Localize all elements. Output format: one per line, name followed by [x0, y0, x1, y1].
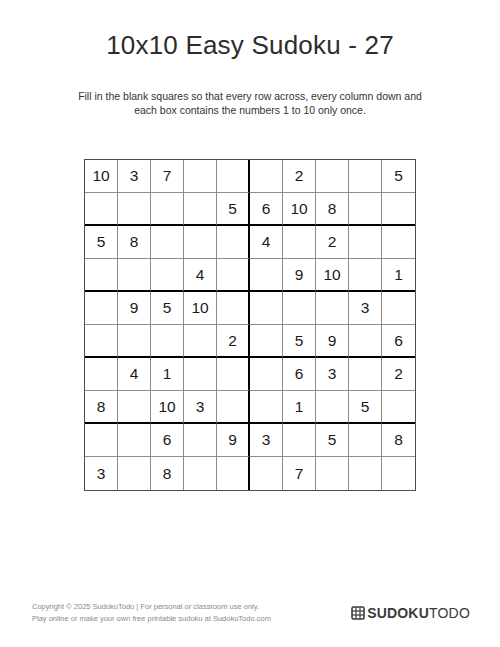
empty-cell: [118, 457, 151, 490]
given-cell: 5: [283, 325, 316, 358]
empty-cell: [349, 358, 382, 391]
given-cell: 6: [250, 193, 283, 226]
empty-cell: [250, 259, 283, 292]
empty-cell: [184, 424, 217, 457]
given-cell: 8: [316, 193, 349, 226]
given-cell: 4: [250, 226, 283, 259]
empty-cell: [316, 292, 349, 325]
given-cell: 2: [382, 358, 415, 391]
empty-cell: [283, 226, 316, 259]
empty-cell: [316, 160, 349, 193]
given-cell: 3: [349, 292, 382, 325]
logo-text-sudoku: SUDOKU: [367, 605, 429, 621]
instructions-line-2: each box contains the numbers 1 to 10 on…: [0, 104, 500, 118]
empty-cell: [349, 424, 382, 457]
given-cell: 1: [283, 391, 316, 424]
given-cell: 6: [283, 358, 316, 391]
empty-cell: [349, 259, 382, 292]
sudoku-board: 1037255610858424910195103259641632810315…: [84, 159, 416, 491]
empty-cell: [349, 325, 382, 358]
empty-cell: [217, 226, 250, 259]
empty-cell: [217, 358, 250, 391]
empty-cell: [283, 424, 316, 457]
empty-cell: [118, 391, 151, 424]
given-cell: 1: [151, 358, 184, 391]
given-cell: 7: [283, 457, 316, 490]
empty-cell: [217, 292, 250, 325]
given-cell: 5: [382, 160, 415, 193]
given-cell: 7: [151, 160, 184, 193]
empty-cell: [184, 325, 217, 358]
given-cell: 8: [382, 424, 415, 457]
sudokutodo-logo: SUDOKUTODO: [351, 605, 470, 621]
empty-cell: [151, 226, 184, 259]
empty-cell: [184, 358, 217, 391]
empty-cell: [349, 457, 382, 490]
copyright-line-1: Copyright © 2025 SudokuTodo | For person…: [32, 601, 271, 613]
given-cell: 6: [151, 424, 184, 457]
page-title: 10x10 Easy Sudoku - 27: [0, 30, 500, 61]
empty-cell: [349, 226, 382, 259]
empty-cell: [250, 391, 283, 424]
empty-cell: [184, 160, 217, 193]
given-cell: 5: [316, 424, 349, 457]
empty-cell: [151, 259, 184, 292]
given-cell: 10: [85, 160, 118, 193]
given-cell: 3: [85, 457, 118, 490]
empty-cell: [250, 457, 283, 490]
empty-cell: [118, 424, 151, 457]
empty-cell: [184, 226, 217, 259]
empty-cell: [151, 325, 184, 358]
given-cell: 3: [184, 391, 217, 424]
given-cell: 2: [316, 226, 349, 259]
given-cell: 2: [283, 160, 316, 193]
empty-cell: [85, 259, 118, 292]
empty-cell: [250, 292, 283, 325]
empty-cell: [85, 325, 118, 358]
given-cell: 8: [151, 457, 184, 490]
empty-cell: [316, 391, 349, 424]
given-cell: 10: [316, 259, 349, 292]
empty-cell: [316, 457, 349, 490]
empty-cell: [349, 193, 382, 226]
empty-cell: [382, 292, 415, 325]
given-cell: 5: [151, 292, 184, 325]
empty-cell: [217, 160, 250, 193]
footer: Copyright © 2025 SudokuTodo | For person…: [32, 601, 470, 625]
empty-cell: [85, 193, 118, 226]
empty-cell: [382, 193, 415, 226]
logo-wordmark: SUDOKUTODO: [367, 605, 470, 621]
instructions-line-1: Fill in the blank squares so that every …: [0, 90, 500, 104]
board-container: 1037255610858424910195103259641632810315…: [0, 159, 500, 491]
empty-cell: [151, 193, 184, 226]
grid-icon: [351, 606, 365, 620]
given-cell: 9: [118, 292, 151, 325]
given-cell: 3: [250, 424, 283, 457]
empty-cell: [85, 292, 118, 325]
empty-cell: [250, 358, 283, 391]
empty-cell: [250, 325, 283, 358]
empty-cell: [217, 457, 250, 490]
logo-text-todo: TODO: [429, 605, 470, 621]
empty-cell: [349, 160, 382, 193]
empty-cell: [85, 424, 118, 457]
instructions: Fill in the blank squares so that every …: [0, 90, 500, 117]
empty-cell: [382, 226, 415, 259]
empty-cell: [118, 325, 151, 358]
given-cell: 4: [118, 358, 151, 391]
empty-cell: [217, 259, 250, 292]
empty-cell: [118, 193, 151, 226]
empty-cell: [118, 259, 151, 292]
given-cell: 6: [382, 325, 415, 358]
given-cell: 5: [85, 226, 118, 259]
given-cell: 5: [217, 193, 250, 226]
empty-cell: [217, 391, 250, 424]
empty-cell: [85, 358, 118, 391]
given-cell: 8: [85, 391, 118, 424]
given-cell: 2: [217, 325, 250, 358]
given-cell: 9: [283, 259, 316, 292]
given-cell: 5: [349, 391, 382, 424]
empty-cell: [184, 457, 217, 490]
empty-cell: [250, 160, 283, 193]
given-cell: 10: [151, 391, 184, 424]
given-cell: 1: [382, 259, 415, 292]
empty-cell: [184, 193, 217, 226]
given-cell: 4: [184, 259, 217, 292]
copyright-line-2: Play online or make your own free printa…: [32, 613, 271, 625]
given-cell: 10: [283, 193, 316, 226]
given-cell: 3: [316, 358, 349, 391]
empty-cell: [382, 457, 415, 490]
empty-cell: [382, 391, 415, 424]
given-cell: 8: [118, 226, 151, 259]
given-cell: 9: [217, 424, 250, 457]
given-cell: 9: [316, 325, 349, 358]
copyright: Copyright © 2025 SudokuTodo | For person…: [32, 601, 271, 625]
empty-cell: [283, 292, 316, 325]
given-cell: 10: [184, 292, 217, 325]
given-cell: 3: [118, 160, 151, 193]
